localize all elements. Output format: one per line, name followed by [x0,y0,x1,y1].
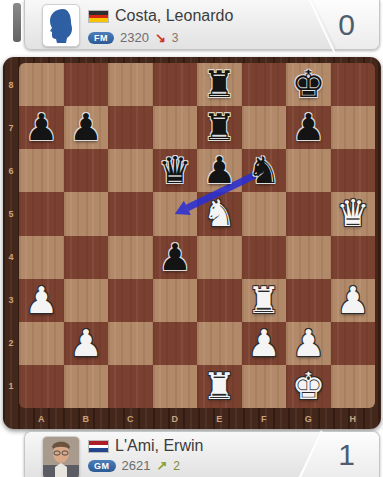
player-name: L'Ami, Erwin [115,437,203,455]
square-d2[interactable] [153,322,198,365]
avatar [42,436,80,477]
rating-down-icon: ↘ [155,30,166,45]
square-g6[interactable] [286,149,331,192]
chess-board: 87654321 ♜♚♟♟♜♟♛♟♞♞♛♟♟♜♟♟♟♟♜♚ ABCDEFGH [3,57,381,429]
piece-bP-a7[interactable]: ♟ [19,106,64,149]
square-a4[interactable] [19,236,64,279]
title-badge: GM [88,460,116,472]
score-value: 0 [338,8,355,42]
square-h4[interactable] [331,236,376,279]
square-b1[interactable] [64,365,109,408]
rank-label-3: 3 [3,279,19,322]
rank-label-5: 5 [3,192,19,235]
flag-netherlands-icon [88,440,109,453]
player-card-top[interactable]: 0 Costa, Leonardo FM 2320 ↘ 3 [24,0,380,50]
square-h6[interactable] [331,149,376,192]
player-name: Costa, Leonardo [115,7,233,25]
square-e4[interactable] [197,236,242,279]
rank-label-4: 4 [3,236,19,279]
rank-label-1: 1 [3,365,19,408]
square-h8[interactable] [331,63,376,106]
rating-value: 2320 [120,30,149,45]
rank-label-7: 7 [3,106,19,149]
piece-bQ-d6[interactable]: ♛ [153,149,198,192]
square-g3[interactable] [286,279,331,322]
file-label-d: D [153,408,198,429]
piece-wR-e1[interactable]: ♜ [197,365,242,408]
square-e2[interactable] [197,322,242,365]
avatar [42,4,80,47]
piece-bP-b7[interactable]: ♟ [64,106,109,149]
file-label-g: G [286,408,331,429]
player-photo [43,437,79,477]
piece-wP-g2[interactable]: ♟ [286,322,331,365]
player-card-bottom[interactable]: 1 L'Ami, Erwin GM 2621 ↗ 2 [24,431,380,477]
file-label-b: B [64,408,109,429]
score-value: 1 [338,438,355,472]
rating-change: 2 [173,459,180,473]
file-label-e: E [197,408,242,429]
piece-wP-b2[interactable]: ♟ [64,322,109,365]
title-badge: FM [88,32,114,44]
piece-wK-g1[interactable]: ♚ [286,365,331,408]
piece-wQ-h5[interactable]: ♛ [331,192,376,235]
square-d3[interactable] [153,279,198,322]
square-c6[interactable] [108,149,153,192]
piece-bK-g8[interactable]: ♚ [286,63,331,106]
rank-label-6: 6 [3,149,19,192]
square-b4[interactable] [64,236,109,279]
square-c1[interactable] [108,365,153,408]
square-a1[interactable] [19,365,64,408]
square-f8[interactable] [242,63,287,106]
square-g4[interactable] [286,236,331,279]
panel-handle-bar[interactable] [13,3,21,42]
piece-bN-f6[interactable]: ♞ [242,149,287,192]
rating-change: 3 [172,31,179,45]
piece-wR-f3[interactable]: ♜ [242,279,287,322]
rating-value: 2621 [122,458,151,473]
piece-bP-e6[interactable]: ♟ [197,149,242,192]
square-d8[interactable] [153,63,198,106]
square-g5[interactable] [286,192,331,235]
square-b3[interactable] [64,279,109,322]
square-c4[interactable] [108,236,153,279]
file-labels: ABCDEFGH [19,408,375,429]
rating-up-icon: ↗ [156,458,167,473]
square-b5[interactable] [64,192,109,235]
piece-wP-a3[interactable]: ♟ [19,279,64,322]
piece-bP-d4[interactable]: ♟ [153,236,198,279]
square-a5[interactable] [19,192,64,235]
rank-label-8: 8 [3,63,19,106]
square-c3[interactable] [108,279,153,322]
square-b6[interactable] [64,149,109,192]
square-h2[interactable] [331,322,376,365]
default-avatar-icon [43,5,79,46]
square-e3[interactable] [197,279,242,322]
piece-bR-e8[interactable]: ♜ [197,63,242,106]
file-label-h: H [331,408,376,429]
square-d7[interactable] [153,106,198,149]
rank-label-2: 2 [3,322,19,365]
flag-germany-icon [88,10,109,23]
square-c8[interactable] [108,63,153,106]
square-b8[interactable] [64,63,109,106]
file-label-f: F [242,408,287,429]
piece-wP-h3[interactable]: ♟ [331,279,376,322]
square-a6[interactable] [19,149,64,192]
rank-labels: 87654321 [3,63,19,408]
square-a8[interactable] [19,63,64,106]
square-c5[interactable] [108,192,153,235]
square-d5[interactable] [153,192,198,235]
piece-bP-g7[interactable]: ♟ [286,106,331,149]
square-a2[interactable] [19,322,64,365]
square-c7[interactable] [108,106,153,149]
file-label-c: C [108,408,153,429]
square-h1[interactable] [331,365,376,408]
square-h7[interactable] [331,106,376,149]
square-f1[interactable] [242,365,287,408]
piece-wN-e5[interactable]: ♞ [197,192,242,235]
square-c2[interactable] [108,322,153,365]
file-label-a: A [19,408,64,429]
square-f5[interactable] [242,192,287,235]
square-d1[interactable] [153,365,198,408]
square-f7[interactable] [242,106,287,149]
piece-bR-e7[interactable]: ♜ [197,106,242,149]
piece-wP-f2[interactable]: ♟ [242,322,287,365]
square-f4[interactable] [242,236,287,279]
